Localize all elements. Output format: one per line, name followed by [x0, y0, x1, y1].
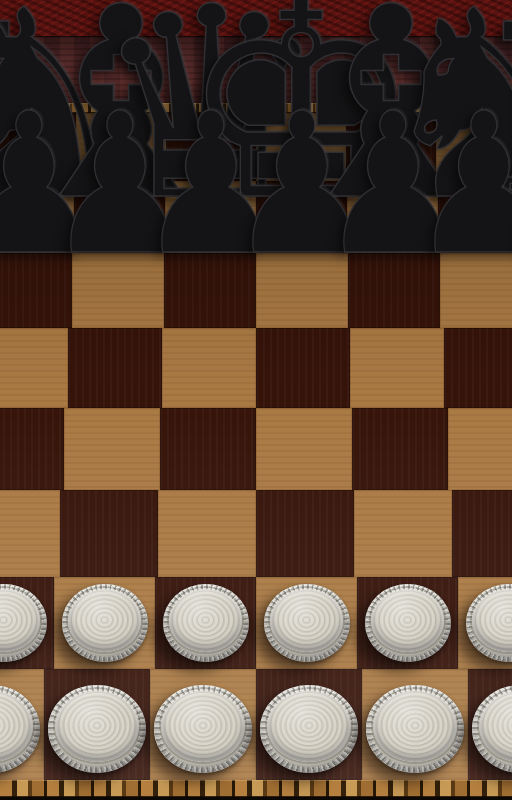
- square-d5[interactable]: [162, 328, 256, 408]
- square-b4[interactable]: [0, 408, 64, 490]
- board-row-rank-4: [0, 408, 512, 490]
- disc-face: [0, 588, 40, 652]
- disc-face: [373, 689, 457, 761]
- square-c5[interactable]: [68, 328, 162, 408]
- square-e5[interactable]: [256, 328, 350, 408]
- disc-face: [479, 689, 512, 761]
- disc-face: [0, 689, 33, 761]
- square-c3[interactable]: [60, 490, 158, 577]
- disc-face: [267, 689, 351, 761]
- square-b5[interactable]: [0, 328, 68, 408]
- board-row-rank-5: [0, 328, 512, 408]
- square-d4[interactable]: [160, 408, 256, 490]
- square-g5[interactable]: [444, 328, 512, 408]
- white-disc-c2[interactable]: [62, 584, 148, 662]
- square-f5[interactable]: [350, 328, 444, 408]
- white-disc-d2[interactable]: [163, 584, 249, 662]
- white-disc-f1[interactable]: [366, 685, 464, 773]
- white-disc-c1[interactable]: [48, 685, 146, 773]
- square-e4[interactable]: [256, 408, 352, 490]
- square-b3[interactable]: [0, 490, 60, 577]
- disc-face: [68, 588, 142, 652]
- square-g3[interactable]: [452, 490, 512, 577]
- black-pawn-h7[interactable]: ♟: [487, 87, 512, 282]
- disc-face: [161, 689, 245, 761]
- square-f3[interactable]: [354, 490, 452, 577]
- white-disc-f2[interactable]: [365, 584, 451, 662]
- white-disc-e2[interactable]: [264, 584, 350, 662]
- square-g4[interactable]: [448, 408, 512, 490]
- disc-face: [371, 588, 445, 652]
- board-inlay-border-bottom: [0, 780, 512, 797]
- square-c4[interactable]: [64, 408, 160, 490]
- disc-face: [270, 588, 344, 652]
- square-f4[interactable]: [352, 408, 448, 490]
- board-row-rank-3: [0, 490, 512, 577]
- chess-3d-scene: ♜♞♝♛♚♝♞♜♟♟♟♟♟♟♟♟: [0, 0, 512, 800]
- white-disc-e1[interactable]: [260, 685, 358, 773]
- square-d3[interactable]: [158, 490, 256, 577]
- disc-face: [55, 689, 139, 761]
- square-e3[interactable]: [256, 490, 354, 577]
- white-disc-d1[interactable]: [154, 685, 252, 773]
- disc-face: [472, 588, 512, 652]
- disc-face: [169, 588, 243, 652]
- black-pawn-glyph: ♟: [501, 87, 512, 282]
